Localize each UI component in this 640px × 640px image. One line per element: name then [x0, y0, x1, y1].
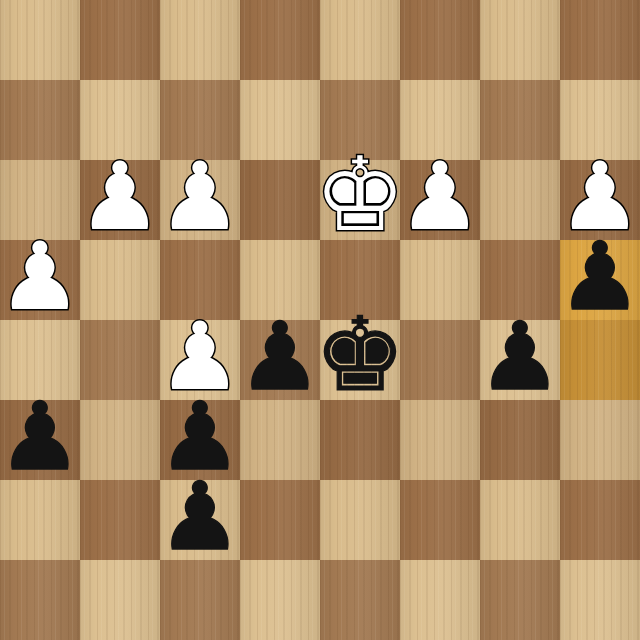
square-c4[interactable]: [400, 240, 480, 320]
square-g8[interactable]: [80, 560, 160, 640]
square-a8[interactable]: [560, 560, 640, 640]
square-c6[interactable]: [400, 400, 480, 480]
square-d8[interactable]: [320, 560, 400, 640]
white-pawn[interactable]: ♟: [80, 160, 160, 240]
square-c5[interactable]: [400, 320, 480, 400]
square-g3[interactable]: ♟: [80, 160, 160, 240]
square-e3[interactable]: [240, 160, 320, 240]
black-pawn[interactable]: ♟: [240, 320, 320, 400]
square-g5[interactable]: [80, 320, 160, 400]
white-pawn[interactable]: ♟: [400, 160, 480, 240]
square-b1[interactable]: [480, 0, 560, 80]
black-pawn[interactable]: ♟: [160, 480, 240, 560]
square-h1[interactable]: [0, 0, 80, 80]
square-f8[interactable]: [160, 560, 240, 640]
square-b5[interactable]: ♟: [480, 320, 560, 400]
square-d1[interactable]: [320, 0, 400, 80]
white-king[interactable]: ♚: [320, 160, 400, 240]
square-a4[interactable]: ♟: [560, 240, 640, 320]
square-c3[interactable]: ♟: [400, 160, 480, 240]
black-pawn[interactable]: ♟: [480, 320, 560, 400]
square-e2[interactable]: [240, 80, 320, 160]
square-e1[interactable]: [240, 0, 320, 80]
black-king[interactable]: ♚: [320, 320, 400, 400]
square-c8[interactable]: [400, 560, 480, 640]
square-a7[interactable]: [560, 480, 640, 560]
square-h2[interactable]: [0, 80, 80, 160]
square-c7[interactable]: [400, 480, 480, 560]
square-h8[interactable]: [0, 560, 80, 640]
square-g1[interactable]: [80, 0, 160, 80]
square-a6[interactable]: [560, 400, 640, 480]
square-f1[interactable]: [160, 0, 240, 80]
square-h4[interactable]: ♟: [0, 240, 80, 320]
square-d7[interactable]: [320, 480, 400, 560]
black-pawn[interactable]: ♟: [560, 240, 640, 320]
square-b7[interactable]: [480, 480, 560, 560]
square-h7[interactable]: [0, 480, 80, 560]
white-pawn[interactable]: ♟: [0, 240, 80, 320]
square-g4[interactable]: [80, 240, 160, 320]
square-b3[interactable]: [480, 160, 560, 240]
square-f7[interactable]: ♟: [160, 480, 240, 560]
square-e6[interactable]: [240, 400, 320, 480]
square-b8[interactable]: [480, 560, 560, 640]
square-d3[interactable]: ♚: [320, 160, 400, 240]
square-h6[interactable]: ♟: [0, 400, 80, 480]
square-a1[interactable]: [560, 0, 640, 80]
square-b2[interactable]: [480, 80, 560, 160]
square-e7[interactable]: [240, 480, 320, 560]
square-e5[interactable]: ♟: [240, 320, 320, 400]
chess-board: ♟♟♚♟♟♟♟♟♟♚♟♟♟♟: [0, 0, 640, 640]
white-pawn[interactable]: ♟: [160, 160, 240, 240]
square-b6[interactable]: [480, 400, 560, 480]
square-d5[interactable]: ♚: [320, 320, 400, 400]
square-c1[interactable]: [400, 0, 480, 80]
square-f3[interactable]: ♟: [160, 160, 240, 240]
black-pawn[interactable]: ♟: [0, 400, 80, 480]
square-g7[interactable]: [80, 480, 160, 560]
square-g6[interactable]: [80, 400, 160, 480]
square-e8[interactable]: [240, 560, 320, 640]
square-a5[interactable]: [560, 320, 640, 400]
